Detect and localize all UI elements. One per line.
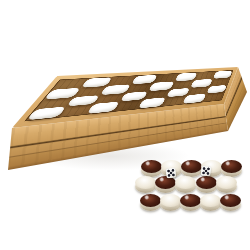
checker-piece-light xyxy=(160,194,181,211)
checker-piece-dark xyxy=(220,194,241,211)
checker-piece-dark xyxy=(180,194,201,211)
board-square-walnut xyxy=(202,92,224,102)
checker-piece-dark xyxy=(140,194,161,211)
checker-piece-light xyxy=(200,194,221,211)
product-photo xyxy=(0,0,250,250)
